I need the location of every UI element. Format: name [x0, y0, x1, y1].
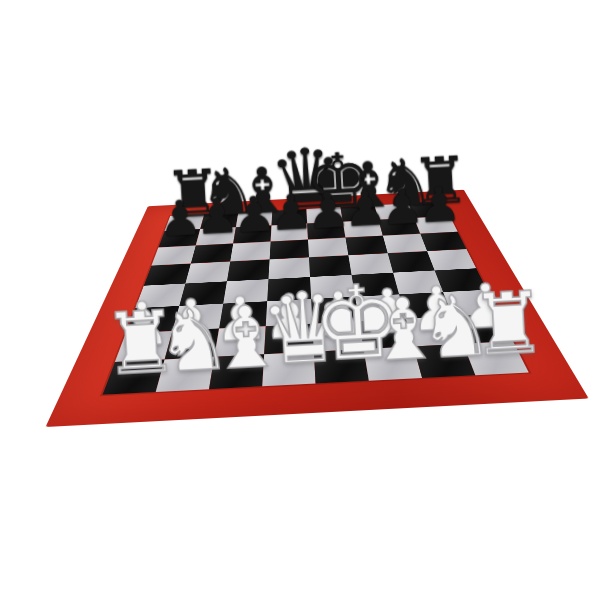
piece-white-queen-d1: ♛ — [258, 279, 316, 379]
square-e4 — [310, 275, 355, 299]
product-photo-background: ♜♞♝♛♚♝♞♜♟♟♟♟♟♟♟♟♟♟♟♟♟♟♟♟♜♞♝♛♚♝♞♜ — [0, 0, 610, 610]
square-f4 — [352, 273, 400, 297]
square-e6 — [308, 238, 348, 258]
square-d2: ♟ — [264, 324, 314, 355]
square-h3 — [443, 290, 499, 317]
square-b2: ♟ — [165, 329, 219, 360]
square-a5 — [144, 264, 191, 286]
square-b6 — [191, 243, 233, 263]
square-b5 — [185, 261, 230, 283]
square-a3 — [126, 306, 180, 334]
square-a4 — [135, 284, 185, 309]
square-a2: ♟ — [115, 331, 173, 362]
piece-black-bishop-f8: ♝ — [339, 154, 378, 218]
chess-board: ♜♞♝♛♚♝♞♜♟♟♟♟♟♟♟♟♟♟♟♟♟♟♟♟♜♞♝♛♚♝♞♜ — [102, 202, 528, 395]
square-d5 — [268, 257, 310, 279]
square-h1: ♜ — [463, 341, 528, 375]
square-e2: ♟ — [312, 321, 363, 351]
square-e1: ♚ — [314, 349, 369, 384]
square-c5 — [227, 259, 270, 281]
square-h4 — [435, 268, 487, 292]
square-f1: ♝ — [364, 346, 422, 380]
square-d6 — [270, 240, 309, 260]
square-c2: ♟ — [214, 326, 265, 357]
square-h6 — [420, 232, 466, 251]
piece-black-queen-d8: ♛ — [267, 139, 307, 222]
piece-black-knight-b8: ♞ — [198, 159, 237, 225]
chess-mat: ♜♞♝♛♚♝♞♜♟♟♟♟♟♟♟♟♟♟♟♟♟♟♟♟♜♞♝♛♚♝♞♜ — [46, 190, 589, 427]
square-e3 — [311, 297, 359, 324]
square-c4 — [223, 279, 268, 303]
square-g2: ♟ — [406, 316, 463, 346]
piece-black-king-e8: ♚ — [303, 144, 342, 220]
square-b4 — [179, 281, 227, 306]
square-f5 — [348, 253, 393, 275]
square-f3 — [355, 294, 406, 321]
square-f7: ♟ — [343, 220, 383, 238]
piece-black-knight-g8: ♞ — [374, 150, 413, 216]
square-g4 — [393, 270, 443, 294]
square-f6 — [345, 236, 387, 256]
square-c7: ♟ — [233, 225, 271, 243]
square-c3 — [219, 301, 267, 328]
square-e5 — [309, 255, 352, 277]
square-h2: ♟ — [452, 314, 512, 344]
piece-black-bishop-c8: ♝ — [233, 160, 272, 224]
piece-black-rook-a8: ♜ — [162, 161, 201, 227]
square-h5 — [427, 249, 476, 270]
square-a6 — [151, 245, 195, 265]
square-c6 — [230, 242, 270, 262]
square-c1: ♝ — [209, 354, 264, 389]
square-d3 — [266, 299, 313, 326]
piece-black-rook-h8: ♜ — [410, 148, 449, 214]
square-b3 — [172, 304, 223, 331]
square-d4 — [267, 277, 311, 301]
square-b1: ♞ — [156, 357, 215, 392]
square-d1: ♛ — [262, 352, 315, 387]
square-f2: ♟ — [359, 319, 413, 349]
